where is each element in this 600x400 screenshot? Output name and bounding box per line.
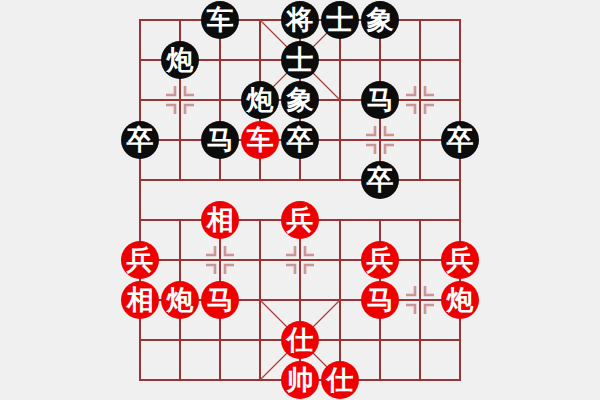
piece-red-chariot[interactable]: 车	[241, 121, 279, 159]
piece-red-soldier[interactable]: 兵	[441, 241, 479, 279]
piece-black-elephant[interactable]: 象	[281, 81, 319, 119]
piece-red-elephant[interactable]: 相	[121, 281, 159, 319]
piece-black-elephant[interactable]: 象	[361, 1, 399, 39]
piece-red-cannon[interactable]: 炮	[441, 281, 479, 319]
piece-black-soldier[interactable]: 卒	[361, 161, 399, 199]
piece-black-cannon[interactable]: 炮	[241, 81, 279, 119]
xiangqi-board-area[interactable]: 车将士象炮士炮象马卒马车卒卒卒相兵兵兵兵相炮马马炮仕帅仕	[0, 0, 600, 400]
piece-black-general[interactable]: 将	[281, 1, 319, 39]
piece-red-advisor[interactable]: 仕	[321, 361, 359, 399]
piece-red-horse[interactable]: 马	[361, 281, 399, 319]
piece-red-advisor[interactable]: 仕	[281, 321, 319, 359]
piece-red-soldier[interactable]: 兵	[121, 241, 159, 279]
piece-red-horse[interactable]: 马	[201, 281, 239, 319]
piece-black-horse[interactable]: 马	[201, 121, 239, 159]
piece-black-cannon[interactable]: 炮	[161, 41, 199, 79]
piece-black-horse[interactable]: 马	[361, 81, 399, 119]
piece-black-chariot[interactable]: 车	[201, 1, 239, 39]
piece-red-soldier[interactable]: 兵	[281, 201, 319, 239]
piece-black-soldier[interactable]: 卒	[281, 121, 319, 159]
piece-red-general[interactable]: 帅	[281, 361, 319, 399]
piece-red-soldier[interactable]: 兵	[361, 241, 399, 279]
piece-black-advisor[interactable]: 士	[281, 41, 319, 79]
piece-black-soldier[interactable]: 卒	[441, 121, 479, 159]
piece-black-advisor[interactable]: 士	[321, 1, 359, 39]
piece-red-cannon[interactable]: 炮	[161, 281, 199, 319]
piece-black-soldier[interactable]: 卒	[121, 121, 159, 159]
piece-red-elephant[interactable]: 相	[201, 201, 239, 239]
